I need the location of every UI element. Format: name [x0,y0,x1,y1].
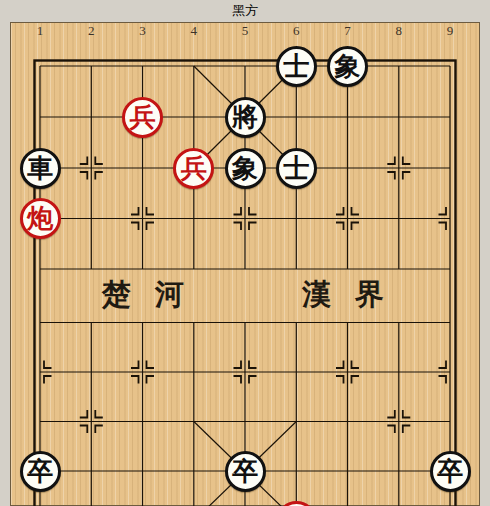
piece-glyph: 卒 [232,454,258,489]
piece-red-soldier[interactable]: 兵 [122,97,163,138]
piece-glyph: 士 [283,151,309,186]
piece-black-elephant[interactable]: 象 [225,148,266,189]
piece-black-soldier[interactable]: 卒 [20,451,61,492]
piece-glyph: 車 [27,151,53,186]
piece-red-cannon[interactable]: 炮 [20,198,61,239]
piece-glyph: 兵 [181,151,207,186]
river-label-chu-he: 楚河 [78,275,208,315]
piece-glyph: 卒 [437,454,463,489]
piece-black-general[interactable]: 將 [225,97,266,138]
xiangqi-app: 黑方 123456789 楚河 漢界 士象兵將車兵象士炮卒卒卒帥 [0,0,490,506]
piece-glyph: 將 [232,100,258,135]
piece-black-soldier[interactable]: 卒 [430,451,471,492]
piece-glyph: 炮 [27,201,53,236]
piece-black-advisor[interactable]: 士 [276,148,317,189]
piece-black-soldier[interactable]: 卒 [225,451,266,492]
piece-black-chariot[interactable]: 車 [20,148,61,189]
river-label-han-jie: 漢界 [278,275,408,315]
piece-glyph: 卒 [27,454,53,489]
piece-glyph: 兵 [130,100,156,135]
piece-black-elephant[interactable]: 象 [327,46,368,87]
piece-red-soldier[interactable]: 兵 [173,148,214,189]
piece-glyph: 士 [283,49,309,84]
piece-glyph: 象 [335,49,361,84]
piece-black-advisor[interactable]: 士 [276,46,317,87]
piece-glyph: 象 [232,151,258,186]
xiangqi-board-grid[interactable] [0,0,490,506]
